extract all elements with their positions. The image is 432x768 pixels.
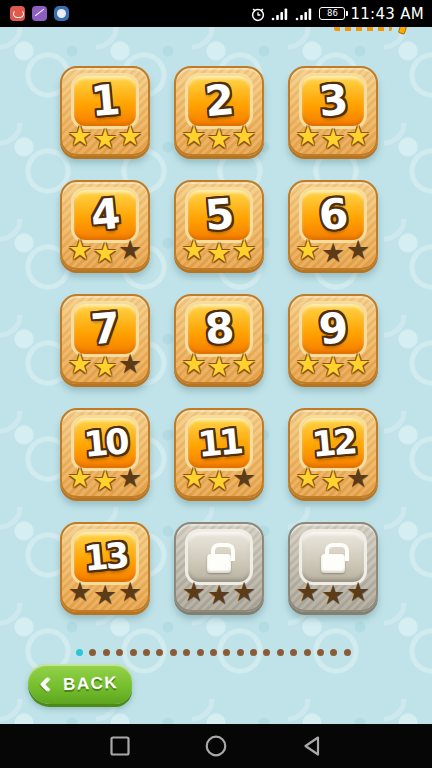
star-rating: ★★★: [176, 350, 262, 380]
star-rating: ★★★: [176, 578, 262, 608]
level-grid: 1★★★2★★★3★★★4★★★5★★★6★★★7★★★8★★★9★★★10★★…: [60, 66, 378, 612]
level-button-7[interactable]: 7★★★: [60, 294, 150, 384]
page-dot: [156, 649, 163, 656]
star-empty-icon: ★: [118, 236, 142, 266]
star-empty-icon: ★: [296, 578, 320, 608]
level-button-1[interactable]: 1★★★: [60, 66, 150, 156]
recents-square-icon[interactable]: [107, 733, 133, 759]
star-empty-icon: ★: [232, 578, 256, 608]
level-button-4[interactable]: 4★★★: [60, 180, 150, 270]
level-button-8[interactable]: 8★★★: [174, 294, 264, 384]
star-earned-icon: ★: [68, 236, 92, 266]
star-earned-icon: ★: [68, 122, 92, 152]
page-dot: [290, 649, 297, 656]
battery-percent: 86: [327, 9, 338, 18]
level-number: 8: [204, 307, 235, 351]
level-button-3[interactable]: 3★★★: [288, 66, 378, 156]
page-dot: [250, 649, 257, 656]
red-app-notification-icon: [10, 6, 25, 21]
star-earned-icon: ★: [296, 464, 320, 494]
signal-icon-2: [295, 6, 314, 21]
level-number: 5: [204, 193, 235, 237]
page-dot: [103, 649, 110, 656]
home-circle-icon[interactable]: [203, 733, 229, 759]
star-empty-icon: ★: [346, 578, 370, 608]
star-earned-icon: ★: [68, 350, 92, 380]
star-earned-icon: ★: [232, 122, 256, 152]
star-earned-icon: ★: [321, 467, 345, 494]
page-dot: [330, 649, 337, 656]
star-earned-icon: ★: [296, 236, 320, 266]
level-button-12[interactable]: 12★★★: [288, 408, 378, 498]
star-rating: ★★★: [290, 464, 376, 494]
star-rating: ★★★: [290, 122, 376, 152]
star-earned-icon: ★: [346, 350, 370, 380]
alarm-icon: [250, 6, 266, 22]
page-dot: [304, 649, 311, 656]
level-button-6[interactable]: 6★★★: [288, 180, 378, 270]
page-dot: [197, 649, 204, 656]
star-earned-icon: ★: [296, 350, 320, 380]
notification-icons: [6, 6, 69, 21]
star-rating: ★★★: [290, 236, 376, 266]
star-rating: ★★★: [62, 464, 148, 494]
star-earned-icon: ★: [182, 236, 206, 266]
battery-icon: 86: [319, 7, 345, 20]
star-empty-icon: ★: [93, 581, 117, 608]
back-triangle-icon[interactable]: [299, 733, 325, 759]
star-earned-icon: ★: [182, 350, 206, 380]
page-dot: [237, 649, 244, 656]
star-empty-icon: ★: [68, 578, 92, 608]
page-dot: [183, 649, 190, 656]
signal-icon: [271, 6, 290, 21]
star-empty-icon: ★: [118, 578, 142, 608]
star-empty-icon: ★: [207, 581, 231, 608]
level-select-screen: 1★★★2★★★3★★★4★★★5★★★6★★★7★★★8★★★9★★★10★★…: [0, 27, 432, 724]
level-button-5[interactable]: 5★★★: [174, 180, 264, 270]
page-dot: [89, 649, 96, 656]
star-earned-icon: ★: [182, 122, 206, 152]
star-rating: ★★★: [290, 350, 376, 380]
star-earned-icon: ★: [296, 122, 320, 152]
page-indicator: [76, 649, 351, 656]
star-empty-icon: ★: [346, 464, 370, 494]
status-indicators: 86 11:43 AM: [250, 5, 426, 23]
star-earned-icon: ★: [93, 353, 117, 380]
star-rating: ★★★: [290, 578, 376, 608]
level-number: 13: [82, 538, 128, 577]
level-number: 3: [318, 79, 349, 123]
star-rating: ★★★: [176, 122, 262, 152]
level-number: 4: [90, 193, 121, 237]
star-rating: ★★★: [62, 350, 148, 380]
star-earned-icon: ★: [346, 122, 370, 152]
star-earned-icon: ★: [207, 239, 231, 266]
star-earned-icon: ★: [182, 464, 206, 494]
page-dot: [143, 649, 150, 656]
star-earned-icon: ★: [207, 467, 231, 494]
star-earned-icon: ★: [93, 467, 117, 494]
lock-icon: [207, 554, 231, 573]
clock-time: 11:43 AM: [350, 5, 424, 23]
page-dot: [317, 649, 324, 656]
star-empty-icon: ★: [118, 464, 142, 494]
level-button-locked[interactable]: ★★★: [288, 522, 378, 612]
page-dot: [277, 649, 284, 656]
star-empty-icon: ★: [321, 239, 345, 266]
star-empty-icon: ★: [346, 236, 370, 266]
level-button-9[interactable]: 9★★★: [288, 294, 378, 384]
level-number: 7: [90, 307, 121, 351]
star-earned-icon: ★: [207, 353, 231, 380]
android-nav-bar: [0, 724, 432, 768]
page-dot-active: [76, 649, 83, 656]
page-dot: [223, 649, 230, 656]
star-empty-icon: ★: [321, 581, 345, 608]
star-earned-icon: ★: [232, 236, 256, 266]
back-button[interactable]: BACK: [28, 664, 132, 704]
star-earned-icon: ★: [93, 125, 117, 152]
level-number: 6: [318, 193, 349, 237]
star-empty-icon: ★: [118, 350, 142, 380]
star-earned-icon: ★: [68, 464, 92, 494]
star-rating: ★★★: [176, 464, 262, 494]
level-button-11[interactable]: 11★★★: [174, 408, 264, 498]
level-button-locked[interactable]: ★★★: [174, 522, 264, 612]
star-earned-icon: ★: [93, 239, 117, 266]
page-dot: [170, 649, 177, 656]
lock-icon: [321, 554, 345, 573]
back-chevron-icon: [40, 676, 56, 692]
level-button-10[interactable]: 10★★★: [60, 408, 150, 498]
star-earned-icon: ★: [321, 353, 345, 380]
star-earned-icon: ★: [118, 122, 142, 152]
level-number: 11: [196, 424, 242, 463]
phone-screen: 86 11:43 AM 1★★★2★★★3★★★4★★★5★★★6★★★7★★★…: [0, 0, 432, 768]
star-rating: ★★★: [62, 236, 148, 266]
page-dot: [263, 649, 270, 656]
level-number: 1: [90, 79, 121, 123]
blue-app-notification-icon: [54, 6, 69, 21]
level-number: 12: [310, 424, 356, 463]
star-empty-icon: ★: [232, 464, 256, 494]
star-rating: ★★★: [176, 236, 262, 266]
star-earned-icon: ★: [232, 350, 256, 380]
star-rating: ★★★: [62, 578, 148, 608]
star-earned-icon: ★: [321, 125, 345, 152]
star-empty-icon: ★: [182, 578, 206, 608]
star-rating: ★★★: [62, 122, 148, 152]
star-earned-icon: ★: [207, 125, 231, 152]
back-button-label: BACK: [63, 673, 119, 695]
level-number: 9: [318, 307, 349, 351]
level-button-2[interactable]: 2★★★: [174, 66, 264, 156]
page-dot: [130, 649, 137, 656]
status-bar: 86 11:43 AM: [0, 0, 432, 27]
page-dot: [210, 649, 217, 656]
level-number: 10: [82, 424, 128, 463]
level-number: 2: [204, 79, 235, 123]
page-dot: [116, 649, 123, 656]
purple-app-notification-icon: [32, 6, 47, 21]
page-dot: [344, 649, 351, 656]
level-button-13[interactable]: 13★★★: [60, 522, 150, 612]
